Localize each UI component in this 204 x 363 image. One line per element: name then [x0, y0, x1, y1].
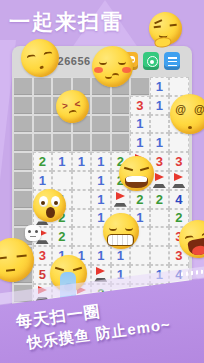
- cell-r10c8[interactable]: [150, 246, 170, 265]
- emoji-thinking-icon: [147, 10, 183, 46]
- cell-r4c1[interactable]: [13, 133, 33, 152]
- cell-r5c8[interactable]: 3: [150, 152, 170, 171]
- cell-r2c9[interactable]: [169, 96, 189, 115]
- cell-r7c3[interactable]: 1: [52, 190, 72, 209]
- cell-r11c1[interactable]: [13, 265, 33, 284]
- cell-r9c1[interactable]: [13, 227, 33, 246]
- cell-r7c2[interactable]: [33, 190, 53, 209]
- cell-r10c4[interactable]: 1: [72, 246, 92, 265]
- cell-r1c6[interactable]: [111, 77, 131, 96]
- cell-r8c2[interactable]: [33, 209, 53, 228]
- cell-r9c6[interactable]: [111, 227, 131, 246]
- location-button[interactable]: [143, 52, 159, 70]
- cell-r5c9[interactable]: 3: [169, 152, 189, 171]
- cell-r2c7[interactable]: 3: [130, 96, 150, 115]
- cell-r2c6[interactable]: [111, 96, 131, 115]
- cell-r3c4[interactable]: [72, 115, 92, 134]
- cell-r1c8[interactable]: 1: [150, 77, 170, 96]
- cell-r10c1[interactable]: [13, 246, 33, 265]
- cell-r10c6[interactable]: 1: [111, 246, 131, 265]
- cell-r8c3[interactable]: 2: [52, 209, 72, 228]
- cell-r2c2[interactable]: [33, 96, 53, 115]
- cell-r7c6[interactable]: [111, 190, 131, 209]
- board: 1311112111233112112242111223311113531142…: [13, 77, 189, 303]
- cell-r2c8[interactable]: 1: [150, 96, 170, 115]
- cell-r3c9[interactable]: [169, 115, 189, 134]
- cell-r2c4[interactable]: [72, 96, 92, 115]
- flag-icon: [153, 173, 166, 188]
- cell-r4c6[interactable]: [111, 133, 131, 152]
- cell-r3c5[interactable]: [91, 115, 111, 134]
- cell-r8c7[interactable]: 1: [130, 209, 150, 228]
- cell-r10c9[interactable]: 3: [169, 246, 189, 265]
- cell-r9c2[interactable]: [33, 227, 53, 246]
- cell-r1c3[interactable]: [52, 77, 72, 96]
- cell-r10c3[interactable]: 1: [52, 246, 72, 265]
- cell-r9c7[interactable]: [130, 227, 150, 246]
- cell-r4c9[interactable]: [169, 133, 189, 152]
- cell-r10c5[interactable]: 1: [91, 246, 111, 265]
- cell-r7c7[interactable]: 2: [130, 190, 150, 209]
- cell-r3c8[interactable]: [150, 115, 170, 134]
- cell-r6c7[interactable]: [130, 171, 150, 190]
- cell-r5c3[interactable]: 1: [52, 152, 72, 171]
- cell-r11c3[interactable]: [52, 265, 72, 284]
- cell-r1c5[interactable]: [91, 77, 111, 96]
- cell-r7c9[interactable]: 4: [169, 190, 189, 209]
- cell-r6c9[interactable]: [169, 171, 189, 190]
- location-pin-icon: [147, 56, 158, 67]
- cell-r6c5[interactable]: 1: [91, 171, 111, 190]
- cell-r11c2[interactable]: 5: [33, 265, 53, 284]
- flag-icon: [172, 173, 185, 188]
- cell-r4c7[interactable]: 1: [130, 133, 150, 152]
- cell-r1c1[interactable]: [13, 77, 33, 96]
- list-button[interactable]: [164, 52, 180, 70]
- flag-icon: [133, 154, 146, 169]
- cell-r3c1[interactable]: [13, 115, 33, 134]
- cell-r4c3[interactable]: [52, 133, 72, 152]
- flag-icon: [114, 192, 127, 207]
- cell-r4c5[interactable]: [91, 133, 111, 152]
- cell-r9c9[interactable]: 3: [169, 227, 189, 246]
- cell-r6c8[interactable]: [150, 171, 170, 190]
- stripe-dashes-icon: [181, 269, 204, 277]
- cell-r4c8[interactable]: 1: [150, 133, 170, 152]
- cell-r9c3[interactable]: 2: [52, 227, 72, 246]
- flag-icon: [36, 229, 49, 244]
- cell-r8c1[interactable]: [13, 209, 33, 228]
- cell-r4c2[interactable]: [33, 133, 53, 152]
- cell-r9c5[interactable]: [91, 227, 111, 246]
- cell-r6c2[interactable]: 1: [33, 171, 53, 190]
- cell-r2c3[interactable]: [52, 96, 72, 115]
- cell-r7c5[interactable]: 1: [91, 190, 111, 209]
- cell-r6c1[interactable]: [13, 171, 33, 190]
- cell-r1c4[interactable]: [72, 77, 92, 96]
- cell-r5c7[interactable]: [130, 152, 150, 171]
- cell-r7c4[interactable]: [72, 190, 92, 209]
- cell-r9c8[interactable]: [150, 227, 170, 246]
- chat-bubble-icon: [125, 56, 135, 63]
- cell-r10c7[interactable]: [130, 246, 150, 265]
- cell-r8c8[interactable]: [150, 209, 170, 228]
- star-icon: ★: [26, 49, 41, 70]
- cell-r9c4[interactable]: [72, 227, 92, 246]
- cell-r2c5[interactable]: [91, 96, 111, 115]
- cell-r10c2[interactable]: 3: [33, 246, 53, 265]
- cell-r3c6[interactable]: [111, 115, 131, 134]
- app-screen: 一起来扫雷 ★ 126656 1311112111233112112242111…: [0, 0, 204, 363]
- cell-r5c1[interactable]: [13, 152, 33, 171]
- cell-r6c3[interactable]: [52, 171, 72, 190]
- cell-r8c4[interactable]: [72, 209, 92, 228]
- cell-r5c4[interactable]: 1: [72, 152, 92, 171]
- cell-r1c7[interactable]: [130, 77, 150, 96]
- cell-r7c8[interactable]: 2: [150, 190, 170, 209]
- score-counter: 126656: [51, 55, 91, 67]
- cell-r2c1[interactable]: [13, 96, 33, 115]
- cell-r6c6[interactable]: 2: [111, 171, 131, 190]
- cell-r4c4[interactable]: [72, 133, 92, 152]
- cell-r3c7[interactable]: 1: [130, 115, 150, 134]
- cell-r5c6[interactable]: 2: [111, 152, 131, 171]
- cell-r8c9[interactable]: 2: [169, 209, 189, 228]
- page-title: 一起来扫雷: [9, 8, 124, 36]
- cell-r1c2[interactable]: [33, 77, 53, 96]
- cell-r1c9[interactable]: [169, 77, 189, 96]
- cell-r7c1[interactable]: [13, 190, 33, 209]
- cell-r3c3[interactable]: [52, 115, 72, 134]
- list-lines-icon: [168, 57, 177, 66]
- cell-r5c5[interactable]: 1: [91, 152, 111, 171]
- cell-r6c4[interactable]: [72, 171, 92, 190]
- chat-button[interactable]: [122, 52, 138, 70]
- cell-r8c5[interactable]: 1: [91, 209, 111, 228]
- flag-icon: [36, 210, 49, 225]
- toolbar: ★ 126656: [12, 46, 192, 77]
- cell-r8c6[interactable]: 1: [111, 209, 131, 228]
- cell-r3c2[interactable]: [33, 115, 53, 134]
- cell-r5c2[interactable]: 2: [33, 152, 53, 171]
